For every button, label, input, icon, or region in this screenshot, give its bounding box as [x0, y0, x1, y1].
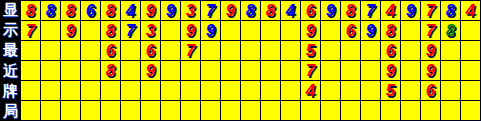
cell-r4c5: 8 [101, 61, 121, 81]
cell-r3c9: 7 [181, 41, 201, 61]
cell-r1c18: 7 [361, 1, 381, 21]
cell-r2c13 [261, 21, 281, 41]
cell-r6c1 [21, 101, 41, 121]
cell-r3c13 [261, 41, 281, 61]
cell-r5c8 [161, 81, 181, 101]
cell-r2c2 [41, 21, 61, 41]
cell-r3c23 [461, 41, 481, 61]
cell-r2c16 [321, 21, 341, 41]
cell-r5c4 [81, 81, 101, 101]
cell-r3c21: 9 [421, 41, 441, 61]
cell-r1c20: 9 [401, 1, 421, 21]
cell-r1c17: 8 [341, 1, 361, 21]
cell-r1c11: 9 [221, 1, 241, 21]
cell-r1c4: 6 [81, 1, 101, 21]
cell-r5c11 [221, 81, 241, 101]
cell-r5c2 [41, 81, 61, 101]
cell-r1c5: 8 [101, 1, 121, 21]
cell-r6c23 [461, 101, 481, 121]
cell-r4c7: 9 [141, 61, 161, 81]
cell-r5c13 [261, 81, 281, 101]
cell-r4c18 [361, 61, 381, 81]
cell-r6c12 [241, 101, 261, 121]
cell-r6c17 [341, 101, 361, 121]
cell-r6c18 [361, 101, 381, 121]
cell-r1c16: 9 [321, 1, 341, 21]
cell-r5c3 [61, 81, 81, 101]
cell-r6c15 [301, 101, 321, 121]
cell-r4c6 [121, 61, 141, 81]
cell-r2c7: 3 [141, 21, 161, 41]
cell-r1c21: 7 [421, 1, 441, 21]
cell-r1c2: 8 [41, 1, 61, 21]
cell-r6c11 [221, 101, 241, 121]
cell-r4c10 [201, 61, 221, 81]
cell-r3c3 [61, 41, 81, 61]
cell-r2c21: 7 [421, 21, 441, 41]
cell-r6c16 [321, 101, 341, 121]
cell-r4c23 [461, 61, 481, 81]
cell-r5c17 [341, 81, 361, 101]
cell-r4c9 [181, 61, 201, 81]
cell-r1c3: 8 [61, 1, 81, 21]
vertical-title: 显示最近牌局 [0, 0, 21, 121]
cell-r2c9: 9 [181, 21, 201, 41]
cell-r3c18 [361, 41, 381, 61]
cell-r2c6: 7 [121, 21, 141, 41]
cell-r3c16 [321, 41, 341, 61]
cell-r1c6: 4 [121, 1, 141, 21]
cell-r6c3 [61, 101, 81, 121]
title-char-5: 牌 [0, 81, 21, 101]
cell-r4c8 [161, 61, 181, 81]
cell-r3c17 [341, 41, 361, 61]
cell-r2c15: 9 [301, 21, 321, 41]
cell-r5c19: 5 [381, 81, 401, 101]
cell-r2c11 [221, 21, 241, 41]
cell-r2c5: 8 [101, 21, 121, 41]
cell-r3c11 [221, 41, 241, 61]
cell-r6c10 [201, 101, 221, 121]
cell-r6c6 [121, 101, 141, 121]
cell-r3c4 [81, 41, 101, 61]
cell-r6c2 [41, 101, 61, 121]
cell-r4c22 [441, 61, 461, 81]
cell-r1c9: 3 [181, 1, 201, 21]
cell-r6c7 [141, 101, 161, 121]
cell-r6c8 [161, 101, 181, 121]
cell-r2c10: 9 [201, 21, 221, 41]
cell-r3c10 [201, 41, 221, 61]
cell-r6c9 [181, 101, 201, 121]
cell-r5c15: 4 [301, 81, 321, 101]
cell-r2c14 [281, 21, 301, 41]
cell-r6c14 [281, 101, 301, 121]
cell-r2c19: 8 [381, 21, 401, 41]
cell-r4c16 [321, 61, 341, 81]
cell-r5c22 [441, 81, 461, 101]
cell-r4c20 [401, 61, 421, 81]
cell-r6c13 [261, 101, 281, 121]
cell-r5c12 [241, 81, 261, 101]
cell-r6c21 [421, 101, 441, 121]
cell-r1c23: 4 [461, 1, 481, 21]
cell-r6c5 [101, 101, 121, 121]
cell-r2c20 [401, 21, 421, 41]
cell-r1c10: 7 [201, 1, 221, 21]
cell-r3c7: 6 [141, 41, 161, 61]
cell-r2c17: 6 [341, 21, 361, 41]
cell-r2c12 [241, 21, 261, 41]
cell-r6c19 [381, 101, 401, 121]
cell-r6c22 [441, 101, 461, 121]
cell-r3c19: 6 [381, 41, 401, 61]
cell-r1c1: 8 [21, 1, 41, 21]
cell-r4c21: 9 [421, 61, 441, 81]
cell-r3c15: 5 [301, 41, 321, 61]
cell-r1c12: 8 [241, 1, 261, 21]
cell-r4c11 [221, 61, 241, 81]
title-char-6: 局 [0, 101, 21, 121]
cell-r2c23 [461, 21, 481, 41]
cell-r5c1 [21, 81, 41, 101]
cell-r1c15: 6 [301, 1, 321, 21]
cell-r1c14: 4 [281, 1, 301, 21]
title-char-1: 显 [0, 0, 21, 20]
cell-r5c23 [461, 81, 481, 101]
cell-r4c1 [21, 61, 41, 81]
cell-r3c8 [161, 41, 181, 61]
cell-r4c13 [261, 61, 281, 81]
cell-r5c6 [121, 81, 141, 101]
cell-r5c18 [361, 81, 381, 101]
cell-r1c8: 9 [161, 1, 181, 21]
cell-r4c3 [61, 61, 81, 81]
cell-r5c20 [401, 81, 421, 101]
cell-r4c12 [241, 61, 261, 81]
cell-r1c7: 9 [141, 1, 161, 21]
cell-r2c3: 9 [61, 21, 81, 41]
cell-r4c17 [341, 61, 361, 81]
cell-r5c9 [181, 81, 201, 101]
cell-r5c21: 6 [421, 81, 441, 101]
cell-r4c14 [281, 61, 301, 81]
cell-r2c4 [81, 21, 101, 41]
title-char-4: 近 [0, 61, 21, 81]
cell-r2c22: 8 [441, 21, 461, 41]
cell-r2c1: 7 [21, 21, 41, 41]
cell-r3c2 [41, 41, 61, 61]
cell-r3c6 [121, 41, 141, 61]
cell-r6c4 [81, 101, 101, 121]
cell-r4c4 [81, 61, 101, 81]
cell-r2c18: 9 [361, 21, 381, 41]
cell-r5c14 [281, 81, 301, 101]
cell-r5c7 [141, 81, 161, 101]
cell-r1c19: 4 [381, 1, 401, 21]
title-char-3: 最 [0, 40, 21, 60]
cell-r5c10 [201, 81, 221, 101]
cell-r6c20 [401, 101, 421, 121]
cell-r5c5 [101, 81, 121, 101]
cell-r3c14 [281, 41, 301, 61]
cell-r1c13: 8 [261, 1, 281, 21]
cell-r5c16 [321, 81, 341, 101]
title-char-2: 示 [0, 20, 21, 40]
cell-r3c20 [401, 41, 421, 61]
recent-rounds-board: 显示最近牌局 888684993798846987497847987399969… [0, 0, 481, 121]
cell-r3c5: 6 [101, 41, 121, 61]
board-grid: 8886849937988469874978479873999698786675… [21, 0, 481, 121]
cell-r2c8 [161, 21, 181, 41]
cell-r3c1 [21, 41, 41, 61]
cell-r4c2 [41, 61, 61, 81]
cell-r1c22: 8 [441, 1, 461, 21]
cell-r4c19: 9 [381, 61, 401, 81]
cell-r4c15: 7 [301, 61, 321, 81]
cell-r3c12 [241, 41, 261, 61]
cell-r3c22 [441, 41, 461, 61]
